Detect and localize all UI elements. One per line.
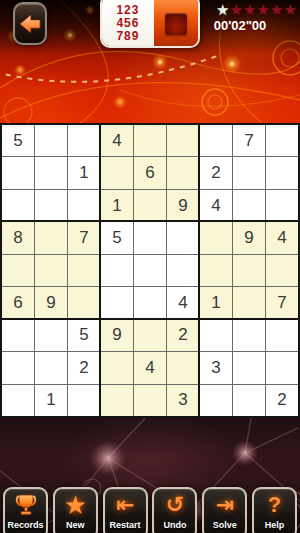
cell-r8c1[interactable] [2,352,34,383]
new-button[interactable]: ★ New [53,487,98,533]
stop-square-icon [165,13,187,35]
cell-r6c1[interactable]: 6 [2,287,34,318]
star-empty-icon: ★ [230,2,244,18]
cell-r8c7[interactable]: 3 [200,352,232,383]
cell-r3c9[interactable] [266,190,298,221]
cell-r8c3[interactable]: 2 [68,352,100,383]
cell-r2c8[interactable] [233,157,265,188]
cell-r8c5[interactable]: 4 [134,352,166,383]
cell-r6c3[interactable] [68,287,100,318]
solve-icon: ⇥ [215,491,233,519]
game-timer: 00'02"00 [190,18,290,33]
box-divider-horizontal [2,220,298,222]
cell-r3c1[interactable] [2,190,34,221]
cell-r1c7[interactable] [200,125,232,156]
cell-r5c5[interactable] [134,255,166,286]
cell-r4c4[interactable]: 5 [101,222,133,253]
cell-r4c8[interactable]: 9 [233,222,265,253]
cell-r8c4[interactable] [101,352,133,383]
cell-r1c4[interactable]: 4 [101,125,133,156]
help-button[interactable]: ? Help [252,487,297,533]
sudoku-cells: 5471621948759469417592243132 [2,125,298,416]
cell-r7c9[interactable] [266,320,298,351]
cell-r3c4[interactable]: 1 [101,190,133,221]
cell-r7c4[interactable]: 9 [101,320,133,351]
cell-r6c2[interactable]: 9 [35,287,67,318]
cell-r1c6[interactable] [167,125,199,156]
cell-r3c6[interactable]: 9 [167,190,199,221]
cell-r6c9[interactable]: 7 [266,287,298,318]
cell-r4c2[interactable] [35,222,67,253]
sudoku-board: 5471621948759469417592243132 [0,123,300,418]
cell-r3c5[interactable] [134,190,166,221]
cell-r5c1[interactable] [2,255,34,286]
back-arrow-icon [18,13,42,35]
cell-r5c9[interactable] [266,255,298,286]
help-icon: ? [268,491,281,519]
box-divider-vertical [198,125,200,416]
cell-r1c3[interactable] [68,125,100,156]
numpad-digits-row: 789 [116,30,139,43]
cell-r5c2[interactable] [35,255,67,286]
cell-r6c5[interactable] [134,287,166,318]
difficulty-stars: ★★★★★★ [216,2,297,18]
star-empty-icon: ★ [257,2,271,18]
cell-r9c9[interactable]: 2 [266,385,298,416]
cell-r4c3[interactable]: 7 [68,222,100,253]
cell-r5c4[interactable] [101,255,133,286]
solve-label: Solve [213,520,237,530]
cell-r2c5[interactable]: 6 [134,157,166,188]
back-button[interactable] [13,2,47,45]
star-icon: ★ [64,491,87,519]
cell-r9c8[interactable] [233,385,265,416]
cell-r7c3[interactable]: 5 [68,320,100,351]
cell-r6c7[interactable]: 1 [200,287,232,318]
undo-icon: ↺ [166,491,184,519]
star-filled-icon: ★ [216,2,230,18]
cell-r3c3[interactable] [68,190,100,221]
star-empty-icon: ★ [284,2,298,18]
sudoku-app-screen: 123 456 789 ★★★★★★ 00'02"00 547162194875… [0,0,300,533]
cell-r4c9[interactable]: 4 [266,222,298,253]
cell-r4c1[interactable]: 8 [2,222,34,253]
cell-r5c6[interactable] [167,255,199,286]
cell-r2c9[interactable] [266,157,298,188]
cell-r8c2[interactable] [35,352,67,383]
cell-r7c6[interactable]: 2 [167,320,199,351]
box-divider-horizontal [2,318,298,320]
undo-label: Undo [163,520,186,530]
cell-r6c6[interactable]: 4 [167,287,199,318]
cell-r2c1[interactable] [2,157,34,188]
cell-r2c7[interactable]: 2 [200,157,232,188]
cell-r2c4[interactable] [101,157,133,188]
solve-button[interactable]: ⇥ Solve [202,487,247,533]
cell-r5c7[interactable] [200,255,232,286]
cell-r7c7[interactable] [200,320,232,351]
cell-r6c4[interactable] [101,287,133,318]
help-label: Help [265,520,285,530]
cell-r4c5[interactable] [134,222,166,253]
cell-r9c1[interactable] [2,385,34,416]
cell-r4c6[interactable] [167,222,199,253]
undo-button[interactable]: ↺ Undo [152,487,197,533]
trophy-icon [13,491,39,519]
cell-r5c8[interactable] [233,255,265,286]
records-label: Records [7,520,43,530]
restart-label: Restart [110,520,141,530]
cell-r1c5[interactable] [134,125,166,156]
restart-button[interactable]: ⇤ Restart [103,487,148,533]
cell-r7c2[interactable] [35,320,67,351]
cell-r8c9[interactable] [266,352,298,383]
cell-r1c8[interactable]: 7 [233,125,265,156]
cell-r7c1[interactable] [2,320,34,351]
new-label: New [66,520,85,530]
cell-r9c7[interactable] [200,385,232,416]
cell-r2c2[interactable] [35,157,67,188]
cell-r5c3[interactable] [68,255,100,286]
cell-r2c6[interactable] [167,157,199,188]
cell-r7c5[interactable] [134,320,166,351]
cell-r8c8[interactable] [233,352,265,383]
cell-r1c1[interactable]: 5 [2,125,34,156]
star-empty-icon: ★ [243,2,257,18]
cell-r6c8[interactable] [233,287,265,318]
records-button[interactable]: Records [3,487,48,533]
cell-r9c6[interactable]: 3 [167,385,199,416]
cell-r3c8[interactable] [233,190,265,221]
numpad-mode-segment[interactable]: 123 456 789 [102,0,154,46]
cell-r9c4[interactable] [101,385,133,416]
cell-r9c5[interactable] [134,385,166,416]
bottom-toolbar: Records ★ New ⇤ Restart ↺ Undo ⇥ Solve ?… [3,487,297,533]
restart-icon: ⇤ [116,491,134,519]
cell-r7c8[interactable] [233,320,265,351]
cell-r8c6[interactable] [167,352,199,383]
input-mode-toggle[interactable]: 123 456 789 [100,0,200,48]
cell-r1c2[interactable] [35,125,67,156]
cell-r4c7[interactable] [200,222,232,253]
star-empty-icon: ★ [270,2,284,18]
cell-r2c3[interactable]: 1 [68,157,100,188]
cell-r3c7[interactable]: 4 [200,190,232,221]
cell-r9c3[interactable] [68,385,100,416]
cell-r9c2[interactable]: 1 [35,385,67,416]
cell-r1c9[interactable] [266,125,298,156]
cell-r3c2[interactable] [35,190,67,221]
box-divider-vertical [99,125,101,416]
